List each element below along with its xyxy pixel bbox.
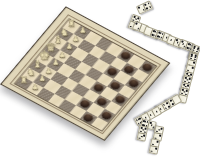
domino-half	[143, 2, 152, 11]
domino-pip	[158, 129, 160, 131]
domino-pip	[133, 16, 135, 18]
domino-pip	[166, 102, 168, 104]
domino-pip	[185, 93, 187, 95]
domino-pip	[170, 100, 172, 102]
domino-pip	[155, 147, 157, 149]
chess-piece-icon: ♟	[52, 59, 59, 67]
domino-half	[137, 132, 145, 140]
domino-pip	[135, 23, 137, 25]
domino-pip	[138, 137, 140, 139]
domino-tile-2-2	[149, 138, 161, 155]
domino-pip	[160, 127, 162, 129]
domino-pip	[137, 17, 139, 19]
domino-pip	[142, 129, 144, 131]
domino-pip	[186, 90, 188, 92]
domino-pip	[184, 91, 186, 93]
domino-pip	[176, 39, 178, 41]
chess-piece-icon: ♟	[32, 83, 39, 91]
domino-pip	[134, 18, 136, 20]
domino-pip	[141, 136, 143, 138]
domino-pip	[193, 62, 195, 64]
domino-pip	[148, 3, 150, 5]
chess-piece-icon: ♜	[20, 76, 28, 85]
domino-pip	[170, 39, 172, 41]
chess-piece-icon: ♞	[27, 68, 36, 78]
domino-pip	[187, 69, 189, 71]
domino-pip	[187, 85, 189, 87]
domino-tile-2-4	[136, 0, 153, 14]
domino-pip	[146, 8, 148, 10]
domino-half	[150, 145, 158, 153]
domino-pip	[186, 72, 188, 74]
chess-piece-icon: ♟	[72, 35, 79, 43]
domino-pip	[159, 134, 161, 136]
domino-pip	[152, 127, 154, 129]
chess-piece-icon: ♟	[59, 51, 66, 59]
domino-pip	[138, 7, 140, 9]
domino-pip	[192, 67, 194, 69]
domino-pip	[129, 25, 131, 27]
domino-pip	[144, 127, 146, 129]
domino-pip	[172, 103, 174, 105]
product-photo-scene: ♜♞♝♛♚♝♞♜♟♟♟♟♟♟♟♟	[0, 0, 200, 162]
domino-pip	[149, 6, 151, 8]
domino-pip	[181, 92, 183, 94]
domino-pip	[156, 111, 158, 113]
domino-pip	[189, 78, 191, 80]
chess-piece-icon: ♟	[45, 67, 52, 75]
domino-pip	[190, 73, 192, 75]
domino-pip	[168, 106, 170, 108]
chess-piece-icon: ♟	[65, 43, 72, 51]
domino-pip	[151, 150, 153, 152]
chess-piece-icon: ♟	[79, 27, 86, 35]
domino-pip	[157, 140, 159, 142]
domino-pip	[152, 143, 154, 145]
domino-pip	[150, 114, 152, 116]
chess-piece-icon: ♟	[38, 75, 45, 83]
domino-tile-5-3	[136, 125, 148, 142]
domino-pip	[144, 4, 146, 6]
domino-pip	[182, 89, 184, 91]
domino-pip	[140, 127, 142, 129]
board-playing-field: ♜♞♝♛♚♝♞♜♟♟♟♟♟♟♟♟	[14, 18, 158, 132]
domino-pip	[136, 119, 138, 121]
domino-pip	[143, 134, 145, 136]
